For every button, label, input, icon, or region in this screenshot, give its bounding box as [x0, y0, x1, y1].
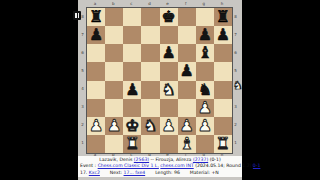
material-label: Material: — [190, 170, 210, 175]
square-d5 — [141, 62, 159, 80]
coord-label-1: 1 — [80, 134, 85, 152]
moves-line: 17. Kxc2 Next: 17... fxe4 Length: 96 Mat… — [80, 170, 240, 176]
square-c1: ♜ — [123, 135, 141, 153]
white-player-elo[interactable]: (2563) — [134, 157, 149, 162]
square-f7 — [178, 26, 196, 44]
coord-label-6: 6 — [80, 43, 85, 61]
coord-label-1: 1 — [233, 134, 238, 152]
coord-label-3: 3 — [80, 98, 85, 116]
square-g1 — [196, 135, 214, 153]
square-e7 — [160, 26, 178, 44]
square-e2: ♟ — [160, 117, 178, 135]
coord-label-h: h — [213, 1, 231, 6]
square-c2: ♚ — [123, 117, 141, 135]
coord-label-7: 7 — [80, 25, 85, 43]
square-e1 — [160, 135, 178, 153]
square-f8 — [178, 8, 196, 26]
vs-separator: -- — [151, 157, 154, 162]
next-label: Next: — [110, 170, 122, 175]
piece-wp-b2: ♟ — [105, 117, 123, 135]
square-e6: ♟ — [160, 44, 178, 62]
square-b8 — [105, 8, 123, 26]
square-a1 — [87, 135, 105, 153]
square-e5 — [160, 62, 178, 80]
coord-label-2: 2 — [80, 116, 85, 134]
result-inline: (0-1) — [210, 157, 221, 162]
white-player-name: Lazavik, Denis — [99, 157, 132, 162]
square-g7: ♟ — [196, 26, 214, 44]
square-h5 — [214, 62, 232, 80]
material-value: +N — [211, 170, 218, 175]
black-player-elo[interactable]: (2737) — [193, 157, 208, 162]
square-a5 — [87, 62, 105, 80]
square-f2: ♟ — [178, 117, 196, 135]
square-c3 — [123, 99, 141, 117]
square-a6 — [87, 44, 105, 62]
piece-bn-g4: ♞ — [196, 81, 214, 99]
length-label: Length: — [155, 170, 172, 175]
square-h2 — [214, 117, 232, 135]
square-d6 — [141, 44, 159, 62]
square-d3 — [141, 99, 159, 117]
piece-wp-g3: ♟ — [196, 99, 214, 117]
rank-labels-left: 87654321 — [80, 7, 85, 152]
square-a4 — [87, 81, 105, 99]
piece-br-a8: ♜ — [87, 8, 105, 26]
square-c4: ♟ — [123, 81, 141, 99]
square-g5 — [196, 62, 214, 80]
square-d8 — [141, 8, 159, 26]
square-a3 — [87, 99, 105, 117]
piece-wp-a2: ♟ — [87, 117, 105, 135]
piece-bp-f5: ♟ — [178, 62, 196, 80]
square-b5 — [105, 62, 123, 80]
square-f4 — [178, 81, 196, 99]
square-h4 — [214, 81, 232, 99]
piece-wn-d2: ♞ — [141, 117, 159, 135]
square-e8: ♚ — [160, 8, 178, 26]
square-f6 — [178, 44, 196, 62]
piece-wp-f2: ♟ — [178, 117, 196, 135]
square-h6 — [214, 44, 232, 62]
pause-icon[interactable] — [73, 11, 81, 20]
coord-label-2: 2 — [233, 116, 238, 134]
square-f1: ♝ — [178, 135, 196, 153]
square-b1 — [105, 135, 123, 153]
white-knight-icon: ♞ — [233, 80, 243, 91]
coord-label-g: g — [195, 1, 213, 6]
square-h7: ♟ — [214, 26, 232, 44]
coord-label-d: d — [140, 1, 158, 6]
square-d4 — [141, 81, 159, 99]
piece-wb-f1: ♝ — [178, 135, 196, 153]
square-b7 — [105, 26, 123, 44]
square-f3 — [178, 99, 196, 117]
piece-br-h8: ♜ — [214, 8, 232, 26]
square-d2: ♞ — [141, 117, 159, 135]
piece-wk-c2: ♚ — [123, 117, 141, 135]
piece-bp-c4: ♟ — [123, 81, 141, 99]
square-g4: ♞ — [196, 81, 214, 99]
coord-label-f: f — [177, 1, 195, 6]
chess-board: ♜♚♜♟♟♟♟♝♟♟♞♞♟♟♟♚♞♟♟♟♜♝♜ — [86, 7, 233, 154]
piece-wr-h1: ♜ — [214, 135, 232, 153]
coord-label-b: b — [104, 1, 122, 6]
event-date: (2024.05.14; Round 1.2) — [195, 163, 251, 168]
file-labels-top: abcdefgh — [86, 1, 231, 6]
square-c6 — [123, 44, 141, 62]
next-move[interactable]: 17... fxe4 — [124, 170, 146, 175]
square-c8 — [123, 8, 141, 26]
square-g2: ♟ — [196, 117, 214, 135]
square-a2: ♟ — [87, 117, 105, 135]
move-number: 17. — [80, 170, 87, 175]
square-a7: ♟ — [87, 26, 105, 44]
square-g8 — [196, 8, 214, 26]
length-value: 96 — [174, 170, 180, 175]
move-played[interactable]: Kxc2 — [89, 170, 100, 175]
coord-label-5: 5 — [233, 61, 238, 79]
piece-bp-g7: ♟ — [196, 26, 214, 44]
square-d7 — [141, 26, 159, 44]
piece-bb-g6: ♝ — [196, 44, 214, 62]
result-link[interactable]: 0-1 — [253, 163, 261, 168]
piece-bp-a7: ♟ — [87, 26, 105, 44]
square-d1 — [141, 135, 159, 153]
site-link[interactable]: chess.com INT — [160, 163, 193, 168]
square-a8: ♜ — [87, 8, 105, 26]
event-link[interactable]: Chess.com Classic Div 1 L, — [98, 163, 159, 168]
piece-wn-e4: ♞ — [160, 81, 178, 99]
piece-bp-e6: ♟ — [160, 44, 178, 62]
square-g3: ♟ — [196, 99, 214, 117]
black-player-name: Firouzja, Alireza — [155, 157, 191, 162]
piece-bk-e8: ♚ — [160, 8, 178, 26]
square-e4: ♞ — [160, 81, 178, 99]
piece-bp-h7: ♟ — [214, 26, 232, 44]
coord-label-6: 6 — [233, 43, 238, 61]
coord-label-e: e — [159, 1, 177, 6]
square-f5: ♟ — [178, 62, 196, 80]
square-b4 — [105, 81, 123, 99]
square-c5 — [123, 62, 141, 80]
caption-area: Lazavik, Denis (2563) -- Firouzja, Alire… — [78, 156, 242, 177]
coord-label-8: 8 — [233, 7, 238, 25]
coord-label-3: 3 — [233, 98, 238, 116]
video-frame: abcdefgh 87654321 87654321 abcdefgh ♜♚♜♟… — [0, 0, 320, 180]
square-b2: ♟ — [105, 117, 123, 135]
piece-wr-c1: ♜ — [123, 135, 141, 153]
square-b6 — [105, 44, 123, 62]
coord-label-c: c — [122, 1, 140, 6]
square-g6: ♝ — [196, 44, 214, 62]
square-h1: ♜ — [214, 135, 232, 153]
square-b3 — [105, 99, 123, 117]
piece-wp-g2: ♟ — [196, 117, 214, 135]
square-e3 — [160, 99, 178, 117]
square-h8: ♜ — [214, 8, 232, 26]
coord-label-4: 4 — [80, 80, 85, 98]
coord-label-5: 5 — [80, 61, 85, 79]
square-c7 — [123, 26, 141, 44]
coord-label-7: 7 — [233, 25, 238, 43]
piece-wp-e2: ♟ — [160, 117, 178, 135]
coord-label-a: a — [86, 1, 104, 6]
square-h3 — [214, 99, 232, 117]
event-label: Event : — [80, 163, 96, 168]
